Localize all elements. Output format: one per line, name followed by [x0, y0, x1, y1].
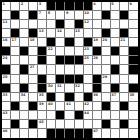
- white-cell-r13c15[interactable]: [129, 111, 138, 120]
- white-cell-r10c7[interactable]: 31: [56, 84, 65, 93]
- white-cell-r8c5[interactable]: [38, 65, 47, 74]
- white-cell-r9c14[interactable]: [120, 75, 129, 84]
- clue-number: 7: [39, 11, 41, 15]
- white-cell-r12c11[interactable]: [93, 102, 102, 111]
- clue-number: 21: [120, 38, 125, 42]
- white-cell-r4c1[interactable]: [2, 29, 11, 38]
- clue-number: 45: [39, 120, 44, 124]
- black-cell-r12c2: [11, 102, 20, 111]
- black-cell-r3c9: [75, 20, 84, 29]
- white-cell-r8c2[interactable]: [11, 65, 20, 74]
- white-cell-r14c1[interactable]: [2, 120, 11, 129]
- black-cell-r2c2: [11, 11, 20, 20]
- white-cell-r2c8[interactable]: 9: [65, 11, 74, 20]
- clue-number: 40: [48, 102, 53, 106]
- black-cell-r10c13: [111, 84, 120, 93]
- white-cell-r12c15[interactable]: [129, 102, 138, 111]
- black-cell-r15c6: [47, 129, 56, 138]
- white-cell-r10c14[interactable]: [120, 84, 129, 93]
- black-cell-r10c11: [93, 84, 102, 93]
- white-cell-r13c12[interactable]: [102, 111, 111, 120]
- white-cell-r15c13[interactable]: [111, 129, 120, 138]
- white-cell-r3c14[interactable]: [120, 20, 129, 29]
- clue-number: 15: [75, 29, 80, 33]
- white-cell-r14c6[interactable]: [47, 120, 56, 129]
- white-cell-r3c12[interactable]: [102, 20, 111, 29]
- black-cell-r6c5: [38, 47, 47, 56]
- white-cell-r10c8[interactable]: [65, 84, 74, 93]
- clue-number: 23: [84, 47, 89, 51]
- white-cell-r1c2[interactable]: [11, 2, 20, 11]
- white-cell-r15c3[interactable]: [20, 129, 29, 138]
- black-cell-r4c4: [29, 29, 38, 38]
- black-cell-r8c13: [111, 65, 120, 74]
- white-cell-r6c9[interactable]: [75, 47, 84, 56]
- white-cell-r11c9[interactable]: [75, 93, 84, 102]
- black-cell-r8c3: [20, 65, 29, 74]
- clue-number: 4: [93, 2, 95, 6]
- white-cell-r3c1[interactable]: 11: [2, 20, 11, 29]
- black-cell-r10c1: [2, 84, 11, 93]
- white-cell-r3c6[interactable]: [47, 20, 56, 29]
- white-cell-r12c3[interactable]: [20, 102, 29, 111]
- white-cell-r5c3[interactable]: [20, 38, 29, 47]
- clue-number: 22: [48, 47, 53, 51]
- black-cell-r5c10: [84, 38, 93, 47]
- white-cell-r15c12[interactable]: [102, 129, 111, 138]
- clue-number: 30: [48, 84, 53, 88]
- black-cell-r10c5: [38, 84, 47, 93]
- clue-number: 19: [93, 38, 98, 42]
- black-cell-r11c10: [84, 93, 93, 102]
- white-cell-r8c9[interactable]: [75, 65, 84, 74]
- white-cell-r13c6[interactable]: [47, 111, 56, 120]
- white-cell-r14c10[interactable]: [84, 120, 93, 129]
- white-cell-r6c14[interactable]: [120, 47, 129, 56]
- white-cell-r2c1[interactable]: [2, 11, 11, 20]
- clue-number: 29: [102, 75, 107, 79]
- white-cell-r13c14[interactable]: [120, 111, 129, 120]
- white-cell-r7c11[interactable]: 26: [93, 56, 102, 65]
- clue-number: 18: [30, 38, 35, 42]
- white-cell-r1c4[interactable]: [29, 2, 38, 11]
- white-cell-r6c10[interactable]: 23: [84, 47, 93, 56]
- white-cell-r8c8[interactable]: [65, 65, 74, 74]
- clue-number: 8: [48, 11, 50, 15]
- white-cell-r7c4[interactable]: [29, 56, 38, 65]
- white-cell-r9c3[interactable]: [20, 75, 29, 84]
- white-cell-r12c5[interactable]: 39: [38, 102, 47, 111]
- white-cell-r5c5[interactable]: [38, 38, 47, 47]
- black-cell-r7c8: [65, 56, 74, 65]
- crossword-grid: 1234567891011121314151617181920212223242…: [0, 0, 140, 140]
- white-cell-r6c7[interactable]: [56, 47, 65, 56]
- white-cell-r14c3[interactable]: [20, 120, 29, 129]
- white-cell-r3c8[interactable]: [65, 20, 74, 29]
- clue-number: 9: [66, 11, 68, 15]
- clue-number: 25: [84, 56, 89, 60]
- white-cell-r13c5[interactable]: [38, 111, 47, 120]
- white-cell-r1c1[interactable]: 1: [2, 2, 11, 11]
- white-cell-r12c7[interactable]: [56, 102, 65, 111]
- clue-number: 13: [39, 29, 44, 33]
- white-cell-r8c10[interactable]: [84, 65, 93, 74]
- white-cell-r5c13[interactable]: [111, 38, 120, 47]
- black-cell-r2c4: [29, 11, 38, 20]
- white-cell-r12c9[interactable]: [75, 102, 84, 111]
- black-cell-r7c7: [56, 56, 65, 65]
- clue-number: 39: [39, 102, 44, 106]
- white-cell-r8c12[interactable]: [102, 65, 111, 74]
- white-cell-r10c4[interactable]: [29, 84, 38, 93]
- white-cell-r11c3[interactable]: 34: [20, 93, 29, 102]
- black-cell-r14c2: [11, 120, 20, 129]
- white-cell-r9c2[interactable]: [11, 75, 20, 84]
- white-cell-r3c5[interactable]: [38, 20, 47, 29]
- white-cell-r14c11[interactable]: [93, 120, 102, 129]
- white-cell-r14c9[interactable]: [75, 120, 84, 129]
- white-cell-r2c9[interactable]: [75, 11, 84, 20]
- white-cell-r3c13[interactable]: [111, 20, 120, 29]
- white-cell-r7c1[interactable]: 24: [2, 56, 11, 65]
- clue-number: 26: [93, 56, 98, 60]
- black-cell-r6c1: [2, 47, 11, 56]
- white-cell-r4c7[interactable]: 14: [56, 29, 65, 38]
- white-cell-r8c4[interactable]: 27: [29, 65, 38, 74]
- white-cell-r4c5[interactable]: 13: [38, 29, 47, 38]
- clue-number: 3: [39, 2, 41, 6]
- white-cell-r14c15[interactable]: [129, 120, 138, 129]
- white-cell-r3c4[interactable]: [29, 20, 38, 29]
- black-cell-r6c13: [111, 47, 120, 56]
- white-cell-r5c12[interactable]: 20: [102, 38, 111, 47]
- white-cell-r12c6[interactable]: 40: [47, 102, 56, 111]
- black-cell-r11c6: [47, 93, 56, 102]
- black-cell-r1c9: [75, 2, 84, 11]
- black-cell-r14c12: [102, 120, 111, 129]
- white-cell-r9c10[interactable]: [84, 75, 93, 84]
- clue-number: 5: [111, 2, 113, 6]
- clue-number: 33: [3, 93, 8, 97]
- black-cell-r1c6: [47, 2, 56, 11]
- white-cell-r7c14[interactable]: [120, 56, 129, 65]
- clue-number: 37: [111, 93, 116, 97]
- white-cell-r14c8[interactable]: [65, 120, 74, 129]
- white-cell-r4c13[interactable]: [111, 29, 120, 38]
- clue-number: 1: [3, 2, 5, 6]
- clue-number: 43: [3, 111, 8, 115]
- white-cell-r7c13[interactable]: [111, 56, 120, 65]
- white-cell-r5c7[interactable]: [56, 38, 65, 47]
- white-cell-r2c10[interactable]: 10: [84, 11, 93, 20]
- black-cell-r8c1: [2, 65, 11, 74]
- black-cell-r8c15: [129, 65, 138, 74]
- black-cell-r12c4: [29, 102, 38, 111]
- white-cell-r8c11[interactable]: [93, 65, 102, 74]
- white-cell-r12c13[interactable]: [111, 102, 120, 111]
- white-cell-r13c2[interactable]: [11, 111, 20, 120]
- white-cell-r5c2[interactable]: 17: [11, 38, 20, 47]
- white-cell-r4c10[interactable]: [84, 29, 93, 38]
- white-cell-r1c5[interactable]: 3: [38, 2, 47, 11]
- black-cell-r12c14: [120, 102, 129, 111]
- black-cell-r3c7: [56, 20, 65, 29]
- white-cell-r4c15[interactable]: [129, 29, 138, 38]
- black-cell-r4c14: [120, 29, 129, 38]
- white-cell-r7c2[interactable]: [11, 56, 20, 65]
- white-cell-r1c14[interactable]: [120, 2, 129, 11]
- clue-number: 12: [84, 20, 89, 24]
- white-cell-r10c10[interactable]: [84, 84, 93, 93]
- clue-number: 2: [21, 2, 23, 6]
- white-cell-r7c12[interactable]: [102, 56, 111, 65]
- white-cell-r2c5[interactable]: 7: [38, 11, 47, 20]
- clue-number: 16: [3, 38, 8, 42]
- white-cell-r9c1[interactable]: 28: [2, 75, 11, 84]
- white-cell-r13c11[interactable]: [93, 111, 102, 120]
- white-cell-r2c13[interactable]: [111, 11, 120, 20]
- white-cell-r10c9[interactable]: 32: [75, 84, 84, 93]
- white-cell-r1c13[interactable]: 5: [111, 2, 120, 11]
- white-cell-r8c7[interactable]: [56, 65, 65, 74]
- black-cell-r1c10: [84, 2, 93, 11]
- black-cell-r6c15: [129, 47, 138, 56]
- white-cell-r11c2[interactable]: [11, 93, 20, 102]
- black-cell-r7c15: [129, 56, 138, 65]
- white-cell-r2c11[interactable]: [93, 11, 102, 20]
- black-cell-r10c15: [129, 84, 138, 93]
- clue-number: 20: [102, 38, 107, 42]
- white-cell-r13c13[interactable]: [111, 111, 120, 120]
- white-cell-r6c8[interactable]: [65, 47, 74, 56]
- white-cell-r11c12[interactable]: [102, 93, 111, 102]
- white-cell-r4c6[interactable]: [47, 29, 56, 38]
- black-cell-r5c6: [47, 38, 56, 47]
- white-cell-r4c9[interactable]: 15: [75, 29, 84, 38]
- white-cell-r6c12[interactable]: [102, 47, 111, 56]
- clue-number: 34: [21, 93, 26, 97]
- white-cell-r3c11[interactable]: [93, 20, 102, 29]
- black-cell-r9c11: [93, 75, 102, 84]
- white-cell-r6c4[interactable]: [29, 47, 38, 56]
- black-cell-r2c12: [102, 11, 111, 20]
- clue-number: 41: [66, 102, 71, 106]
- white-cell-r2c15[interactable]: [129, 11, 138, 20]
- white-cell-r10c12[interactable]: [102, 84, 111, 93]
- white-cell-r11c5[interactable]: 35: [38, 93, 47, 102]
- white-cell-r13c3[interactable]: [20, 111, 29, 120]
- clue-number: 28: [3, 75, 8, 79]
- black-cell-r2c14: [120, 11, 129, 20]
- clue-number: 35: [39, 93, 44, 97]
- white-cell-r5c4[interactable]: 18: [29, 38, 38, 47]
- black-cell-r13c7: [56, 111, 65, 120]
- white-cell-r11c15[interactable]: 38: [129, 93, 138, 102]
- white-cell-r9c13[interactable]: [111, 75, 120, 84]
- black-cell-r9c7: [56, 75, 65, 84]
- white-cell-r13c1[interactable]: 43: [2, 111, 11, 120]
- white-cell-r12c10[interactable]: 42: [84, 102, 93, 111]
- black-cell-r9c9: [75, 75, 84, 84]
- white-cell-r7c3[interactable]: [20, 56, 29, 65]
- white-cell-r15c14[interactable]: [120, 129, 129, 138]
- black-cell-r11c8: [65, 93, 74, 102]
- white-cell-r3c3[interactable]: [20, 20, 29, 29]
- clue-number: 36: [93, 93, 98, 97]
- white-cell-r11c1[interactable]: 33: [2, 93, 11, 102]
- white-cell-r13c4[interactable]: [29, 111, 38, 120]
- black-cell-r9c8: [65, 75, 74, 84]
- white-cell-r15c2[interactable]: [11, 129, 20, 138]
- white-cell-r5c1[interactable]: 16: [2, 38, 11, 47]
- white-cell-r3c2[interactable]: [11, 20, 20, 29]
- clue-number: 17: [12, 38, 17, 42]
- white-cell-r11c13[interactable]: 37: [111, 93, 120, 102]
- white-cell-r2c6[interactable]: 8: [47, 11, 56, 20]
- white-cell-r14c13[interactable]: [111, 120, 120, 129]
- black-cell-r15c9: [75, 129, 84, 138]
- clue-number: 31: [57, 84, 62, 88]
- white-cell-r4c8[interactable]: [65, 29, 74, 38]
- white-cell-r9c4[interactable]: [29, 75, 38, 84]
- white-cell-r6c2[interactable]: [11, 47, 20, 56]
- clue-number: 47: [93, 129, 98, 133]
- white-cell-r3c10[interactable]: 12: [84, 20, 93, 29]
- white-cell-r11c7[interactable]: [56, 93, 65, 102]
- white-cell-r1c15[interactable]: 6: [129, 2, 138, 11]
- black-cell-r6c3: [20, 47, 29, 56]
- white-cell-r8c14[interactable]: [120, 65, 129, 74]
- white-cell-r15c1[interactable]: 46: [2, 129, 11, 138]
- white-cell-r4c3[interactable]: [20, 29, 29, 38]
- white-cell-r5c11[interactable]: 19: [93, 38, 102, 47]
- white-cell-r3c15[interactable]: [129, 20, 138, 29]
- white-cell-r1c12[interactable]: [102, 2, 111, 11]
- white-cell-r8c6[interactable]: [47, 65, 56, 74]
- white-cell-r7c6[interactable]: [47, 56, 56, 65]
- white-cell-r2c7[interactable]: [56, 11, 65, 20]
- white-cell-r5c9[interactable]: [75, 38, 84, 47]
- black-cell-r4c12: [102, 29, 111, 38]
- black-cell-r10c3: [20, 84, 29, 93]
- black-cell-r7c9: [75, 56, 84, 65]
- black-cell-r1c8: [65, 2, 74, 11]
- white-cell-r11c11[interactable]: 36: [93, 93, 102, 102]
- clue-number: 32: [75, 84, 80, 88]
- white-cell-r5c14[interactable]: 21: [120, 38, 129, 47]
- black-cell-r7c5: [38, 56, 47, 65]
- black-cell-r6c11: [93, 47, 102, 56]
- white-cell-r9c15[interactable]: [129, 75, 138, 84]
- clue-number: 24: [3, 56, 8, 60]
- black-cell-r13c9: [75, 111, 84, 120]
- white-cell-r11c14[interactable]: [120, 93, 129, 102]
- black-cell-r15c10: [84, 129, 93, 138]
- clue-number: 42: [84, 102, 89, 106]
- white-cell-r2c3[interactable]: [20, 11, 29, 20]
- black-cell-r14c14: [120, 120, 129, 129]
- white-cell-r11c4[interactable]: [29, 93, 38, 102]
- black-cell-r12c12: [102, 102, 111, 111]
- white-cell-r9c12[interactable]: 29: [102, 75, 111, 84]
- white-cell-r5c15[interactable]: [129, 38, 138, 47]
- black-cell-r9c5: [38, 75, 47, 84]
- clue-number: 46: [3, 129, 8, 133]
- white-cell-r4c11[interactable]: [93, 29, 102, 38]
- clue-number: 27: [30, 65, 35, 69]
- clue-number: 14: [57, 29, 62, 33]
- clue-number: 10: [84, 11, 89, 15]
- black-cell-r4c2: [11, 29, 20, 38]
- white-cell-r15c4[interactable]: [29, 129, 38, 138]
- white-cell-r12c1[interactable]: [2, 102, 11, 111]
- white-cell-r10c2[interactable]: [11, 84, 20, 93]
- white-cell-r14c5[interactable]: 45: [38, 120, 47, 129]
- white-cell-r15c11[interactable]: 47: [93, 129, 102, 138]
- white-cell-r6c6[interactable]: 22: [47, 47, 56, 56]
- black-cell-r1c7: [56, 2, 65, 11]
- white-cell-r10c6[interactable]: 30: [47, 84, 56, 93]
- black-cell-r5c8: [65, 38, 74, 47]
- black-cell-r15c7: [56, 129, 65, 138]
- clue-number: 11: [3, 20, 8, 24]
- clue-number: 6: [129, 2, 131, 6]
- black-cell-r14c4: [29, 120, 38, 129]
- clue-number: 38: [129, 93, 134, 97]
- clue-number: 44: [84, 111, 89, 115]
- white-cell-r15c15[interactable]: [129, 129, 138, 138]
- white-cell-r7c10[interactable]: 25: [84, 56, 93, 65]
- white-cell-r14c7[interactable]: [56, 120, 65, 129]
- white-cell-r13c10[interactable]: 44: [84, 111, 93, 120]
- white-cell-r12c8[interactable]: 41: [65, 102, 74, 111]
- white-cell-r13c8[interactable]: [65, 111, 74, 120]
- black-cell-r15c8: [65, 129, 74, 138]
- white-cell-r15c5[interactable]: [38, 129, 47, 138]
- white-cell-r1c11[interactable]: 4: [93, 2, 102, 11]
- white-cell-r1c3[interactable]: 2: [20, 2, 29, 11]
- white-cell-r9c6[interactable]: [47, 75, 56, 84]
